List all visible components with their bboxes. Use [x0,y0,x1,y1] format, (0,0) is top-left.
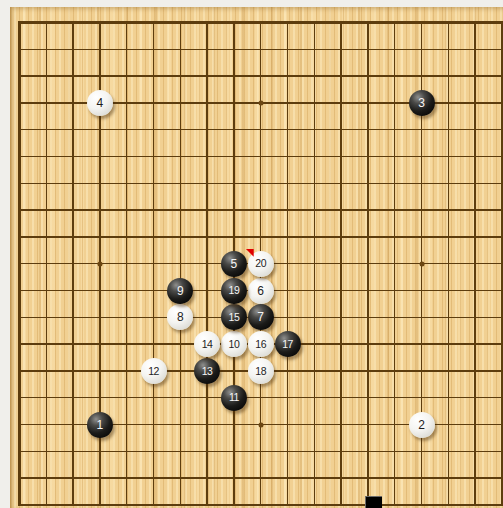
stone-black-19: 19 [221,278,247,304]
stone-white-12: 12 [141,358,167,384]
star-point [258,100,263,105]
grid-line-horizontal [18,451,503,452]
grid-line-vertical [340,21,341,506]
grid-line-vertical [501,21,502,506]
stone-black-13: 13 [194,358,220,384]
stone-black-9: 9 [167,278,193,304]
move-number: 15 [229,312,240,323]
star-point [419,261,424,266]
grid-line-vertical [314,21,315,506]
go-board[interactable]: 1234567891011121314151617181920 [10,7,503,508]
move-number: 17 [282,339,293,350]
star-point [97,261,102,266]
stone-white-14: 14 [194,331,220,357]
stone-white-4: 4 [87,90,113,116]
grid-line-vertical [474,21,475,506]
stone-white-10: 10 [221,331,247,357]
stone-black-1: 1 [87,412,113,438]
grid-line-vertical [448,21,449,506]
move-number: 16 [255,339,266,350]
stone-black-11: 11 [221,385,247,411]
stone-white-6: 6 [248,278,274,304]
move-number: 18 [255,366,266,377]
stone-black-7: 7 [248,304,274,330]
window-margin-left [0,0,10,508]
move-number: 19 [229,285,240,296]
move-number: 11 [229,392,239,403]
stone-black-17: 17 [275,331,301,357]
move-number: 20 [255,258,266,269]
stone-black-3: 3 [409,90,435,116]
stone-white-18: 18 [248,358,274,384]
stone-white-16: 16 [248,331,274,357]
stone-black-15: 15 [221,304,247,330]
stone-black-5: 5 [221,251,247,277]
move-number: 13 [202,366,213,377]
grid-line-vertical [367,21,368,506]
stone-white-8: 8 [167,304,193,330]
move-number: 4 [97,97,104,109]
bottom-black-square-artifact [365,496,382,508]
move-number: 2 [418,419,425,431]
grid-line-vertical [394,21,395,506]
star-point [258,422,263,427]
move-number: 9 [177,285,184,297]
grid-line-horizontal [18,397,503,398]
move-number: 1 [97,419,104,431]
stone-white-2: 2 [409,412,435,438]
move-number: 7 [257,311,264,323]
window-margin-top [0,0,503,7]
move-number: 10 [229,339,240,350]
move-number: 6 [257,285,264,297]
grid-line-horizontal [18,504,503,505]
move-number: 12 [148,366,159,377]
move-number: 14 [202,339,213,350]
grid-line-horizontal [18,477,503,478]
grid-line-vertical [287,21,288,506]
move-number: 3 [418,97,425,109]
move-number: 5 [231,258,238,270]
move-number: 8 [177,311,184,323]
